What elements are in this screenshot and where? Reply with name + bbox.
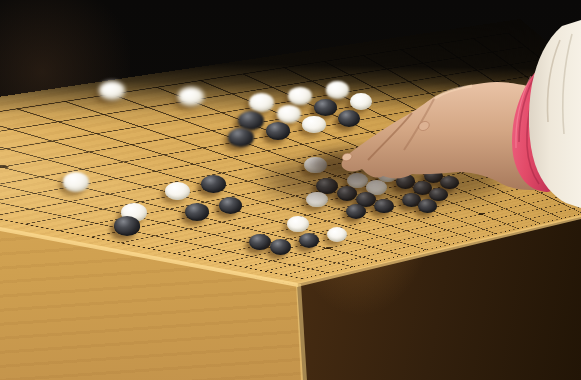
fingertip-shadow: [310, 150, 400, 178]
go-game-photo: [0, 0, 581, 380]
